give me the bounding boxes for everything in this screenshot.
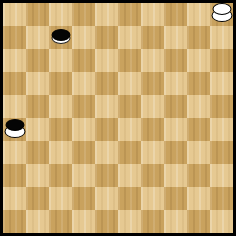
square-d9[interactable]: [72, 187, 95, 210]
square-j8[interactable]: [210, 164, 233, 187]
square-h1[interactable]: [164, 3, 187, 26]
square-g10[interactable]: [141, 210, 164, 233]
square-d3[interactable]: [72, 49, 95, 72]
square-f6[interactable]: [118, 118, 141, 141]
square-a6[interactable]: [3, 118, 26, 141]
square-i10[interactable]: [187, 210, 210, 233]
square-c9[interactable]: [49, 187, 72, 210]
square-a5[interactable]: [3, 95, 26, 118]
piece-white-stacked-j1[interactable]: [211, 3, 232, 22]
square-h8[interactable]: [164, 164, 187, 187]
square-a7[interactable]: [3, 141, 26, 164]
square-d5[interactable]: [72, 95, 95, 118]
square-a4[interactable]: [3, 72, 26, 95]
square-g1[interactable]: [141, 3, 164, 26]
square-g4[interactable]: [141, 72, 164, 95]
square-i7[interactable]: [187, 141, 210, 164]
square-e6[interactable]: [95, 118, 118, 141]
square-h10[interactable]: [164, 210, 187, 233]
square-i3[interactable]: [187, 49, 210, 72]
square-h4[interactable]: [164, 72, 187, 95]
square-b6[interactable]: [26, 118, 49, 141]
piece-top-disc: [212, 3, 231, 15]
square-e7[interactable]: [95, 141, 118, 164]
square-g6[interactable]: [141, 118, 164, 141]
square-i9[interactable]: [187, 187, 210, 210]
square-g2[interactable]: [141, 26, 164, 49]
square-b10[interactable]: [26, 210, 49, 233]
square-a9[interactable]: [3, 187, 26, 210]
square-e5[interactable]: [95, 95, 118, 118]
square-d8[interactable]: [72, 164, 95, 187]
square-j2[interactable]: [210, 26, 233, 49]
square-e3[interactable]: [95, 49, 118, 72]
board-frame: [0, 0, 236, 236]
square-i1[interactable]: [187, 3, 210, 26]
square-f7[interactable]: [118, 141, 141, 164]
square-g8[interactable]: [141, 164, 164, 187]
square-c2[interactable]: [49, 26, 72, 49]
square-f1[interactable]: [118, 3, 141, 26]
square-i2[interactable]: [187, 26, 210, 49]
square-g3[interactable]: [141, 49, 164, 72]
board: [3, 3, 233, 233]
square-i4[interactable]: [187, 72, 210, 95]
square-j3[interactable]: [210, 49, 233, 72]
square-d6[interactable]: [72, 118, 95, 141]
square-h9[interactable]: [164, 187, 187, 210]
piece-top-disc: [5, 119, 24, 131]
square-j9[interactable]: [210, 187, 233, 210]
square-f5[interactable]: [118, 95, 141, 118]
square-d1[interactable]: [72, 3, 95, 26]
square-h7[interactable]: [164, 141, 187, 164]
piece-black-stacked-a6[interactable]: [4, 119, 25, 138]
square-a3[interactable]: [3, 49, 26, 72]
square-h2[interactable]: [164, 26, 187, 49]
square-g7[interactable]: [141, 141, 164, 164]
square-b3[interactable]: [26, 49, 49, 72]
square-c3[interactable]: [49, 49, 72, 72]
square-c1[interactable]: [49, 3, 72, 26]
square-b2[interactable]: [26, 26, 49, 49]
square-j7[interactable]: [210, 141, 233, 164]
square-g9[interactable]: [141, 187, 164, 210]
square-c8[interactable]: [49, 164, 72, 187]
square-h6[interactable]: [164, 118, 187, 141]
square-i6[interactable]: [187, 118, 210, 141]
square-b8[interactable]: [26, 164, 49, 187]
square-a10[interactable]: [3, 210, 26, 233]
square-a1[interactable]: [3, 3, 26, 26]
square-f3[interactable]: [118, 49, 141, 72]
square-h3[interactable]: [164, 49, 187, 72]
square-a2[interactable]: [3, 26, 26, 49]
square-f2[interactable]: [118, 26, 141, 49]
square-e8[interactable]: [95, 164, 118, 187]
square-d4[interactable]: [72, 72, 95, 95]
square-d7[interactable]: [72, 141, 95, 164]
square-c5[interactable]: [49, 95, 72, 118]
square-d2[interactable]: [72, 26, 95, 49]
square-h5[interactable]: [164, 95, 187, 118]
square-f9[interactable]: [118, 187, 141, 210]
square-b7[interactable]: [26, 141, 49, 164]
square-a8[interactable]: [3, 164, 26, 187]
square-c10[interactable]: [49, 210, 72, 233]
square-e10[interactable]: [95, 210, 118, 233]
square-b4[interactable]: [26, 72, 49, 95]
square-g5[interactable]: [141, 95, 164, 118]
square-j10[interactable]: [210, 210, 233, 233]
square-c4[interactable]: [49, 72, 72, 95]
square-e9[interactable]: [95, 187, 118, 210]
square-e1[interactable]: [95, 3, 118, 26]
square-e4[interactable]: [95, 72, 118, 95]
square-c7[interactable]: [49, 141, 72, 164]
square-b1[interactable]: [26, 3, 49, 26]
square-f4[interactable]: [118, 72, 141, 95]
square-f8[interactable]: [118, 164, 141, 187]
piece-black-single-c2[interactable]: [50, 27, 71, 46]
square-i8[interactable]: [187, 164, 210, 187]
square-b9[interactable]: [26, 187, 49, 210]
square-f10[interactable]: [118, 210, 141, 233]
square-c6[interactable]: [49, 118, 72, 141]
square-j6[interactable]: [210, 118, 233, 141]
square-j1[interactable]: [210, 3, 233, 26]
square-j4[interactable]: [210, 72, 233, 95]
square-i5[interactable]: [187, 95, 210, 118]
square-b5[interactable]: [26, 95, 49, 118]
piece-top-disc: [51, 29, 70, 41]
square-e2[interactable]: [95, 26, 118, 49]
square-j5[interactable]: [210, 95, 233, 118]
square-d10[interactable]: [72, 210, 95, 233]
